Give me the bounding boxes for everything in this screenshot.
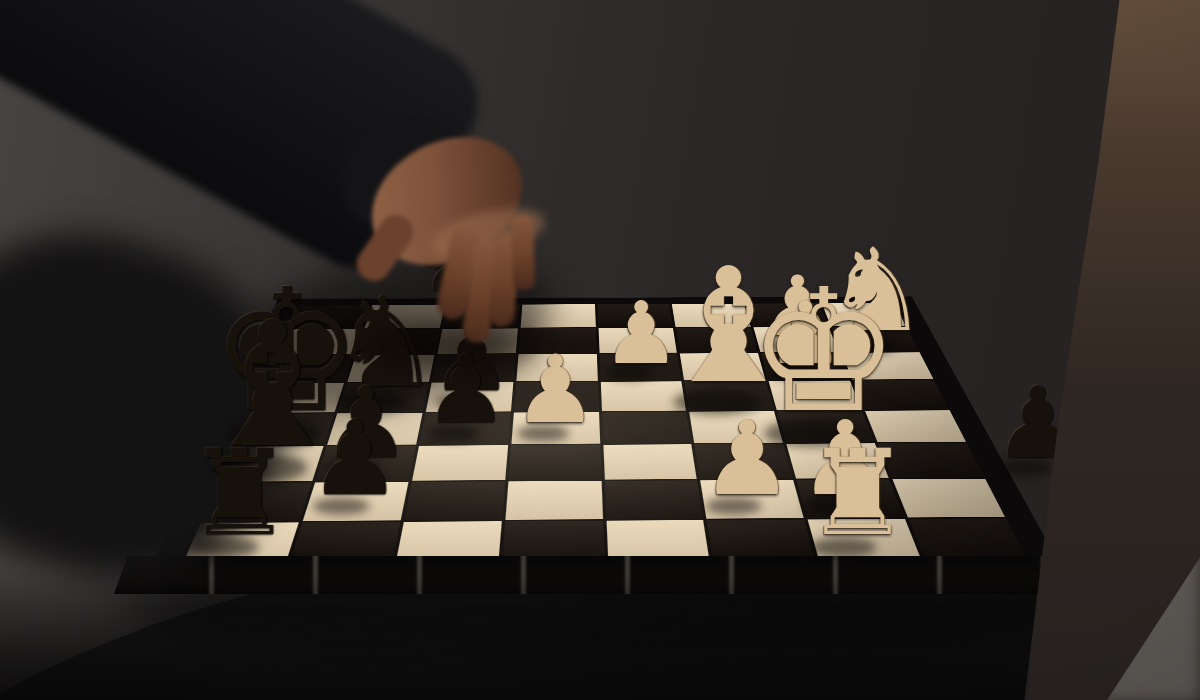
board-square bbox=[893, 479, 1005, 518]
board-square bbox=[747, 303, 828, 326]
board-square bbox=[680, 353, 766, 380]
board-square bbox=[707, 520, 816, 563]
scene: aceg ♞♟♞♟♟♞♟♝♚♟♟♚♝♟♟♟♟♟♜♜ bbox=[0, 0, 1200, 700]
table-front-shadow bbox=[0, 570, 1200, 700]
board-square bbox=[603, 444, 697, 479]
board-square bbox=[676, 327, 758, 352]
board-square bbox=[822, 303, 906, 326]
board-square bbox=[865, 410, 966, 442]
board-square bbox=[787, 443, 889, 478]
board-square bbox=[315, 446, 415, 481]
board-square bbox=[769, 380, 862, 410]
hand-finger-pinky bbox=[511, 215, 536, 291]
board-square bbox=[685, 381, 774, 411]
board-square bbox=[878, 443, 984, 478]
board-square bbox=[600, 381, 686, 411]
board-square bbox=[602, 411, 692, 443]
board-square bbox=[514, 382, 599, 412]
hand-shadow bbox=[360, 318, 540, 372]
board-square bbox=[419, 412, 511, 444]
board-square bbox=[777, 411, 874, 443]
board-square bbox=[842, 352, 934, 379]
board-square bbox=[797, 479, 905, 518]
board-square bbox=[327, 413, 422, 445]
board-square bbox=[404, 482, 505, 521]
board-square bbox=[672, 304, 751, 327]
board-square bbox=[695, 444, 793, 479]
board-square bbox=[412, 445, 508, 480]
board-square bbox=[701, 480, 804, 519]
board-square bbox=[831, 327, 919, 352]
board-square bbox=[604, 480, 703, 519]
board-square bbox=[689, 411, 783, 443]
board-square bbox=[505, 481, 603, 520]
board-square bbox=[853, 380, 949, 409]
board-square: g bbox=[808, 519, 922, 562]
board-square bbox=[303, 482, 409, 521]
board-square bbox=[761, 353, 850, 380]
board-square bbox=[597, 304, 673, 327]
board-square bbox=[599, 353, 681, 380]
board-square bbox=[754, 327, 839, 352]
board-square bbox=[598, 328, 677, 353]
board-square bbox=[511, 412, 600, 444]
board-square bbox=[909, 518, 1028, 561]
board-square bbox=[508, 445, 601, 480]
